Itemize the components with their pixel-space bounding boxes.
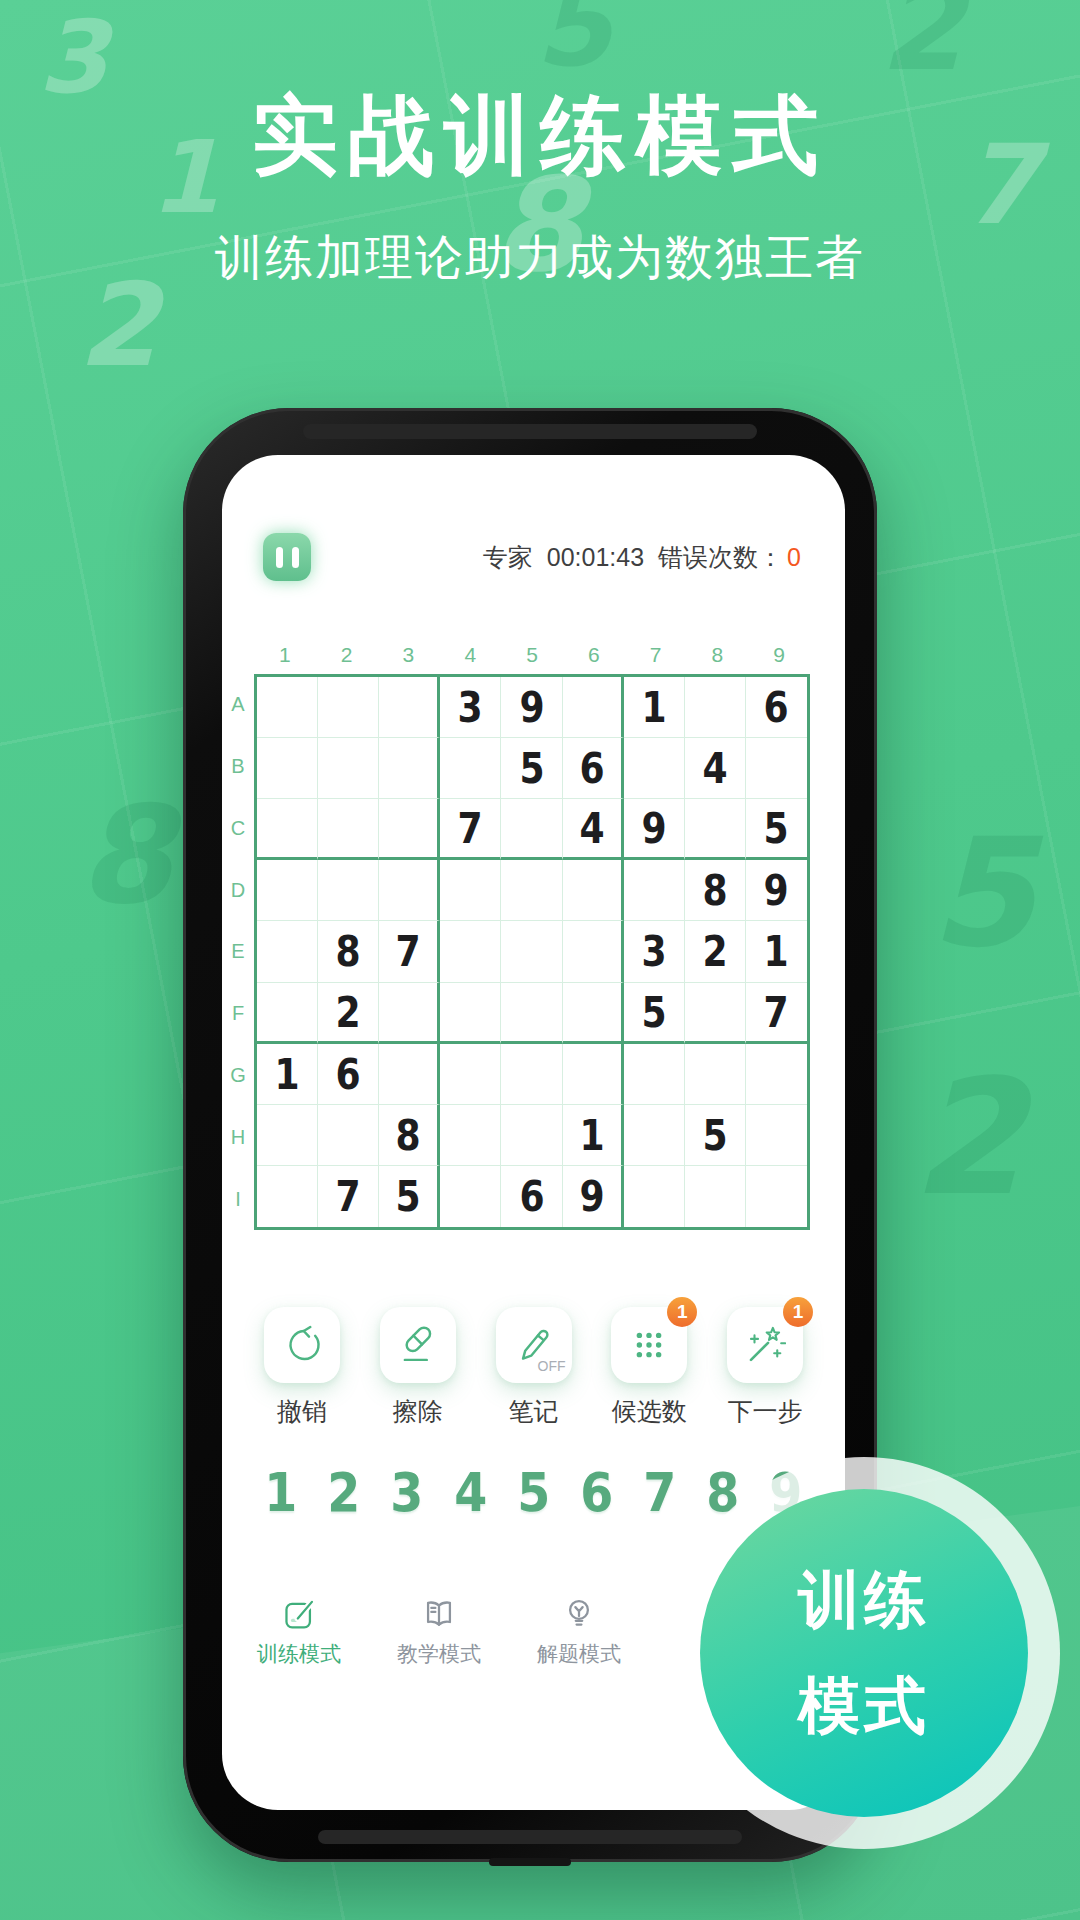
- sudoku-cell-B2[interactable]: [318, 738, 379, 799]
- edit-square-icon: [280, 1595, 318, 1633]
- sudoku-cell-D6[interactable]: [563, 860, 624, 921]
- numpad-3[interactable]: 3: [391, 1461, 424, 1524]
- tool-pencil[interactable]: OFF笔记: [490, 1307, 578, 1428]
- sudoku-cell-F7[interactable]: 5: [624, 983, 685, 1044]
- row-label: F: [222, 983, 254, 1045]
- sudoku-cell-F3[interactable]: [379, 983, 440, 1044]
- sudoku-cell-G7[interactable]: [624, 1044, 685, 1105]
- pause-icon: [276, 547, 283, 568]
- sudoku-cell-H6[interactable]: 1: [563, 1105, 624, 1166]
- fab-line2: 模式: [798, 1664, 930, 1748]
- sudoku-cell-B4[interactable]: [440, 738, 501, 799]
- background-number: 5: [930, 818, 1034, 968]
- background-number: 2: [912, 1058, 1023, 1218]
- row-label: A: [222, 674, 254, 736]
- sudoku-cell-G8[interactable]: [685, 1044, 746, 1105]
- tab-label: 教学模式: [397, 1640, 481, 1668]
- sudoku-cell-F8[interactable]: [685, 983, 746, 1044]
- sudoku-cell-A5[interactable]: 9: [501, 677, 562, 738]
- sudoku-cell-E3[interactable]: 7: [379, 921, 440, 982]
- numpad-4[interactable]: 4: [454, 1461, 487, 1524]
- sudoku-cell-E9[interactable]: 1: [746, 921, 807, 982]
- sudoku-cell-D9[interactable]: 9: [746, 860, 807, 921]
- book-icon: [420, 1595, 458, 1633]
- sudoku-cell-B6[interactable]: 6: [563, 738, 624, 799]
- sudoku-cell-B3[interactable]: [379, 738, 440, 799]
- sudoku-cell-H5[interactable]: [501, 1105, 562, 1166]
- tool-magic-wand[interactable]: 1下一步: [721, 1307, 809, 1428]
- numpad-1[interactable]: 1: [264, 1461, 297, 1524]
- tab-bar: 训练模式 教学模式 解题模式: [240, 1595, 638, 1668]
- background-number: 2: [880, 0, 964, 88]
- row-label: C: [222, 798, 254, 860]
- candidates-grid-icon: [628, 1324, 670, 1366]
- row-label: G: [222, 1045, 254, 1107]
- sudoku-cell-H9[interactable]: [746, 1105, 807, 1166]
- tool-card: [264, 1307, 340, 1383]
- sudoku-cell-C6[interactable]: 4: [563, 799, 624, 860]
- notes-off-state: OFF: [538, 1358, 566, 1374]
- sudoku-cell-H4[interactable]: [440, 1105, 501, 1166]
- column-label: 2: [316, 643, 378, 667]
- row-label: D: [222, 859, 254, 921]
- tab-edit-square[interactable]: 训练模式: [240, 1595, 358, 1668]
- eraser-icon: [397, 1324, 439, 1366]
- phone-top-speaker-slot: [303, 424, 757, 439]
- row-label: B: [222, 736, 254, 798]
- sudoku-cell-A3[interactable]: [379, 677, 440, 738]
- errors-label: 错误次数：: [658, 541, 783, 574]
- sudoku-cell-I3[interactable]: 5: [379, 1166, 440, 1227]
- tool-label: 笔记: [509, 1395, 559, 1428]
- tab-book[interactable]: 教学模式: [380, 1595, 498, 1668]
- count-badge: 1: [783, 1297, 813, 1327]
- sudoku-cell-B9[interactable]: [746, 738, 807, 799]
- column-label: 4: [439, 643, 501, 667]
- sudoku-cell-I1[interactable]: [257, 1166, 318, 1227]
- numpad-2[interactable]: 2: [327, 1461, 360, 1524]
- sudoku-cell-I4[interactable]: [440, 1166, 501, 1227]
- tab-label: 训练模式: [257, 1640, 341, 1668]
- tool-card: 1: [611, 1307, 687, 1383]
- column-label: 7: [625, 643, 687, 667]
- sudoku-cell-D1[interactable]: [257, 860, 318, 921]
- sudoku-cell-F1[interactable]: [257, 983, 318, 1044]
- sudoku-cell-I9[interactable]: [746, 1166, 807, 1227]
- sudoku-cell-F4[interactable]: [440, 983, 501, 1044]
- sudoku-cell-G3[interactable]: [379, 1044, 440, 1105]
- column-label: 5: [501, 643, 563, 667]
- row-label: H: [222, 1106, 254, 1168]
- sudoku-cell-H7[interactable]: [624, 1105, 685, 1166]
- sudoku-cell-E8[interactable]: 2: [685, 921, 746, 982]
- background-number: 8: [78, 788, 172, 923]
- phone-bottom-slot: [318, 1830, 742, 1844]
- sudoku-cell-D8[interactable]: 8: [685, 860, 746, 921]
- sudoku-cell-E1[interactable]: [257, 921, 318, 982]
- sudoku-cell-E5[interactable]: [501, 921, 562, 982]
- sudoku-cell-I7[interactable]: [624, 1166, 685, 1227]
- fab-line1: 训练: [798, 1558, 930, 1642]
- tool-label: 候选数: [612, 1395, 687, 1428]
- sudoku-cell-B7[interactable]: [624, 738, 685, 799]
- sudoku-cell-E2[interactable]: 8: [318, 921, 379, 982]
- column-label: 6: [563, 643, 625, 667]
- game-hud: 专家 00:01:43 错误次数： 0: [483, 533, 801, 581]
- sudoku-cell-C8[interactable]: [685, 799, 746, 860]
- magic-wand-icon: [744, 1324, 786, 1366]
- promo-subtitle: 训练加理论助力成为数独王者: [0, 226, 1080, 290]
- sudoku-cell-A4[interactable]: 3: [440, 677, 501, 738]
- tool-label: 下一步: [728, 1395, 803, 1428]
- column-labels: 123456789: [254, 643, 810, 667]
- timer: 00:01:43: [547, 543, 644, 572]
- sudoku-grid: 391656474958987321257168157569: [254, 674, 810, 1230]
- sudoku-cell-G9[interactable]: [746, 1044, 807, 1105]
- sudoku-cell-D4[interactable]: [440, 860, 501, 921]
- row-label: E: [222, 921, 254, 983]
- tool-card: OFF: [496, 1307, 572, 1383]
- sudoku-cell-H2[interactable]: [318, 1105, 379, 1166]
- sudoku-cell-A2[interactable]: [318, 677, 379, 738]
- tool-eraser[interactable]: 擦除: [374, 1307, 462, 1428]
- phone-charging-port: [489, 1858, 571, 1866]
- sudoku-cell-E4[interactable]: [440, 921, 501, 982]
- toolbar: 撤销 擦除 OFF笔记 1候选数 1下一步: [258, 1307, 809, 1428]
- sudoku-cell-I8[interactable]: [685, 1166, 746, 1227]
- sudoku-cell-G1[interactable]: 1: [257, 1044, 318, 1105]
- sudoku-cell-H3[interactable]: 8: [379, 1105, 440, 1166]
- promo-title: 实战训练模式: [0, 78, 1080, 195]
- tool-label: 撤销: [277, 1395, 327, 1428]
- sudoku-cell-C3[interactable]: [379, 799, 440, 860]
- numpad-5[interactable]: 5: [517, 1461, 550, 1524]
- row-labels: ABCDEFGHI: [222, 674, 254, 1230]
- pause-icon: [292, 547, 299, 568]
- sudoku-cell-F5[interactable]: [501, 983, 562, 1044]
- sudoku-cell-A9[interactable]: 6: [746, 677, 807, 738]
- tab-bulb[interactable]: 解题模式: [520, 1595, 638, 1668]
- sudoku-cell-B5[interactable]: 5: [501, 738, 562, 799]
- sudoku-cell-A6[interactable]: [563, 677, 624, 738]
- sudoku-cell-C5[interactable]: [501, 799, 562, 860]
- sudoku-cell-C9[interactable]: 5: [746, 799, 807, 860]
- sudoku-cell-A8[interactable]: [685, 677, 746, 738]
- sudoku-cell-G5[interactable]: [501, 1044, 562, 1105]
- training-mode-fab[interactable]: 训练 模式: [700, 1489, 1028, 1817]
- column-label: 3: [378, 643, 440, 667]
- sudoku-cell-I6[interactable]: 9: [563, 1166, 624, 1227]
- errors-counter: 错误次数： 0: [658, 541, 801, 574]
- sudoku-cell-G4[interactable]: [440, 1044, 501, 1105]
- sudoku-cell-E7[interactable]: 3: [624, 921, 685, 982]
- sudoku-cell-B1[interactable]: [257, 738, 318, 799]
- sudoku-cell-E6[interactable]: [563, 921, 624, 982]
- sudoku-cell-D3[interactable]: [379, 860, 440, 921]
- column-label: 9: [748, 643, 810, 667]
- column-label: 1: [254, 643, 316, 667]
- difficulty-label: 专家: [483, 541, 533, 574]
- sudoku-cell-A1[interactable]: [257, 677, 318, 738]
- sudoku-cell-C7[interactable]: 9: [624, 799, 685, 860]
- sudoku-cell-C4[interactable]: 7: [440, 799, 501, 860]
- numpad-6[interactable]: 6: [580, 1461, 613, 1524]
- sudoku-cell-B8[interactable]: 4: [685, 738, 746, 799]
- background-number: 5: [535, 0, 612, 82]
- row-label: I: [222, 1168, 254, 1230]
- tool-label: 擦除: [393, 1395, 443, 1428]
- count-badge: 1: [667, 1297, 697, 1327]
- sudoku-cell-C1[interactable]: [257, 799, 318, 860]
- pause-button[interactable]: [263, 533, 311, 581]
- sudoku-board: 123456789 ABCDEFGHI 39165647495898732125…: [222, 643, 845, 1230]
- sudoku-cell-F2[interactable]: 2: [318, 983, 379, 1044]
- sudoku-cell-D2[interactable]: [318, 860, 379, 921]
- sudoku-cell-I2[interactable]: 7: [318, 1166, 379, 1227]
- sudoku-cell-D5[interactable]: [501, 860, 562, 921]
- sudoku-cell-G6[interactable]: [563, 1044, 624, 1105]
- sudoku-cell-I5[interactable]: 6: [501, 1166, 562, 1227]
- tab-label: 解题模式: [537, 1640, 621, 1668]
- bulb-icon: [560, 1595, 598, 1633]
- sudoku-cell-H8[interactable]: 5: [685, 1105, 746, 1166]
- tool-undo[interactable]: 撤销: [258, 1307, 346, 1428]
- promo-page: 3521872852 实战训练模式 训练加理论助力成为数独王者 专家 00:01…: [0, 0, 1080, 1920]
- sudoku-cell-D7[interactable]: [624, 860, 685, 921]
- sudoku-cell-F9[interactable]: 7: [746, 983, 807, 1044]
- column-label: 8: [686, 643, 748, 667]
- sudoku-cell-H1[interactable]: [257, 1105, 318, 1166]
- tool-candidates-grid[interactable]: 1候选数: [605, 1307, 693, 1428]
- sudoku-cell-A7[interactable]: 1: [624, 677, 685, 738]
- errors-count: 0: [787, 543, 801, 572]
- sudoku-cell-G2[interactable]: 6: [318, 1044, 379, 1105]
- sudoku-cell-C2[interactable]: [318, 799, 379, 860]
- tool-card: [380, 1307, 456, 1383]
- sudoku-cell-F6[interactable]: [563, 983, 624, 1044]
- tool-card: 1: [727, 1307, 803, 1383]
- numpad-7[interactable]: 7: [643, 1461, 676, 1524]
- undo-icon: [281, 1324, 323, 1366]
